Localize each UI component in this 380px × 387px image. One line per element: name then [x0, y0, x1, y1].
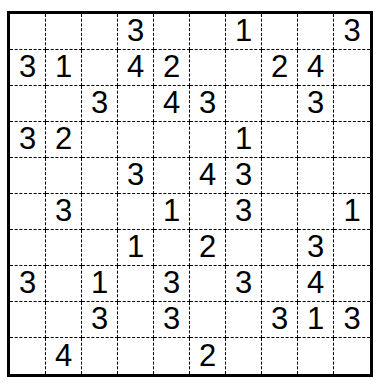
cell-r5c1[interactable] [10, 158, 46, 194]
cell-r1c3[interactable] [82, 14, 118, 50]
cell-r3c3[interactable]: 3 [82, 86, 118, 122]
cell-r4c9[interactable] [298, 122, 334, 158]
cell-r10c3[interactable] [82, 338, 118, 374]
cell-r8c8[interactable] [262, 266, 298, 302]
cell-r1c8[interactable] [262, 14, 298, 50]
clue-number: 3 [343, 303, 360, 334]
cell-r6c4[interactable] [118, 194, 154, 230]
cell-r8c7[interactable]: 3 [226, 266, 262, 302]
cell-r5c4[interactable]: 3 [118, 158, 154, 194]
clue-number: 3 [235, 159, 252, 190]
cell-r8c10[interactable] [334, 266, 370, 302]
cell-r10c1[interactable] [10, 338, 46, 374]
cell-r1c9[interactable] [298, 14, 334, 50]
cell-r9c2[interactable] [46, 302, 82, 338]
cell-r7c1[interactable] [10, 230, 46, 266]
clue-number: 2 [199, 231, 216, 262]
cell-r1c7[interactable]: 1 [226, 14, 262, 50]
cell-r4c2[interactable]: 2 [46, 122, 82, 158]
clue-number: 1 [235, 123, 252, 154]
page: 31331422434333213433131123313343331342 [0, 0, 380, 387]
cell-r1c10[interactable]: 3 [334, 14, 370, 50]
cell-r1c6[interactable] [190, 14, 226, 50]
cell-r3c5[interactable]: 4 [154, 86, 190, 122]
clue-number: 3 [55, 195, 72, 226]
cell-r10c9[interactable] [298, 338, 334, 374]
cell-r8c9[interactable]: 4 [298, 266, 334, 302]
clue-number: 1 [127, 231, 144, 262]
cell-r5c6[interactable]: 4 [190, 158, 226, 194]
cell-r2c10[interactable] [334, 50, 370, 86]
cell-r4c4[interactable] [118, 122, 154, 158]
cell-r6c7[interactable]: 3 [226, 194, 262, 230]
cell-r2c4[interactable]: 4 [118, 50, 154, 86]
cell-r9c8[interactable]: 3 [262, 302, 298, 338]
clue-number: 2 [271, 51, 288, 82]
cell-r5c5[interactable] [154, 158, 190, 194]
cell-r9c9[interactable]: 1 [298, 302, 334, 338]
clue-number: 2 [163, 51, 180, 82]
cell-r8c2[interactable] [46, 266, 82, 302]
cell-r6c5[interactable]: 1 [154, 194, 190, 230]
clue-number: 3 [163, 303, 180, 334]
cell-r10c2[interactable]: 4 [46, 338, 82, 374]
cell-r5c10[interactable] [334, 158, 370, 194]
clue-number: 4 [199, 159, 216, 190]
cell-r5c2[interactable] [46, 158, 82, 194]
cell-r5c9[interactable] [298, 158, 334, 194]
cell-r8c4[interactable] [118, 266, 154, 302]
clue-number: 1 [307, 303, 324, 334]
cell-r4c7[interactable]: 1 [226, 122, 262, 158]
clue-number: 3 [235, 195, 252, 226]
clue-number: 3 [307, 87, 324, 118]
clue-number: 3 [127, 159, 144, 190]
cell-r1c5[interactable] [154, 14, 190, 50]
cell-r3c8[interactable] [262, 86, 298, 122]
clue-number: 3 [199, 87, 216, 118]
cell-r9c3[interactable]: 3 [82, 302, 118, 338]
cell-r3c4[interactable] [118, 86, 154, 122]
cell-r6c8[interactable] [262, 194, 298, 230]
cell-r8c5[interactable]: 3 [154, 266, 190, 302]
cell-r4c8[interactable] [262, 122, 298, 158]
clue-number: 3 [271, 303, 288, 334]
cell-r6c10[interactable]: 1 [334, 194, 370, 230]
cell-r4c6[interactable] [190, 122, 226, 158]
cell-r6c1[interactable] [10, 194, 46, 230]
cell-r6c9[interactable] [298, 194, 334, 230]
cell-r4c3[interactable] [82, 122, 118, 158]
clue-number: 1 [163, 195, 180, 226]
cell-r1c1[interactable] [10, 14, 46, 50]
clue-number: 3 [91, 303, 108, 334]
cell-r9c10[interactable]: 3 [334, 302, 370, 338]
clue-number: 1 [235, 15, 252, 46]
cell-r3c7[interactable] [226, 86, 262, 122]
clue-number: 3 [163, 267, 180, 298]
cell-r4c5[interactable] [154, 122, 190, 158]
cell-r5c7[interactable]: 3 [226, 158, 262, 194]
cell-r5c8[interactable] [262, 158, 298, 194]
clue-number: 3 [91, 87, 108, 118]
cell-r9c1[interactable] [10, 302, 46, 338]
cell-r7c3[interactable] [82, 230, 118, 266]
cell-r7c5[interactable] [154, 230, 190, 266]
cell-r7c7[interactable] [226, 230, 262, 266]
cell-r10c8[interactable] [262, 338, 298, 374]
cell-r7c4[interactable]: 1 [118, 230, 154, 266]
cell-r7c10[interactable] [334, 230, 370, 266]
cell-r5c3[interactable] [82, 158, 118, 194]
clue-number: 1 [55, 51, 72, 82]
cell-r2c2[interactable]: 1 [46, 50, 82, 86]
cell-r3c1[interactable] [10, 86, 46, 122]
cell-r2c8[interactable]: 2 [262, 50, 298, 86]
cell-r10c7[interactable] [226, 338, 262, 374]
cell-r3c10[interactable] [334, 86, 370, 122]
cell-r4c10[interactable] [334, 122, 370, 158]
cell-r7c6[interactable]: 2 [190, 230, 226, 266]
clue-number: 4 [307, 267, 324, 298]
clue-number: 3 [307, 231, 324, 262]
cell-r2c6[interactable] [190, 50, 226, 86]
clue-number: 1 [91, 267, 108, 298]
clue-number: 3 [127, 15, 144, 46]
cell-r3c6[interactable]: 3 [190, 86, 226, 122]
clue-number: 4 [127, 51, 144, 82]
clue-number: 4 [55, 340, 72, 371]
cell-r3c2[interactable] [46, 86, 82, 122]
cell-r7c8[interactable] [262, 230, 298, 266]
cell-r8c1[interactable]: 3 [10, 266, 46, 302]
cell-r6c6[interactable] [190, 194, 226, 230]
cell-r7c9[interactable]: 3 [298, 230, 334, 266]
cell-r8c6[interactable] [190, 266, 226, 302]
clue-number: 4 [163, 87, 180, 118]
cell-r2c1[interactable]: 3 [10, 50, 46, 86]
cell-r1c2[interactable] [46, 14, 82, 50]
cell-r9c7[interactable] [226, 302, 262, 338]
clue-number: 4 [307, 51, 324, 82]
cell-r6c2[interactable]: 3 [46, 194, 82, 230]
fillomino-board: 31331422434333213433131123313343331342 [7, 11, 373, 377]
cell-r10c4[interactable] [118, 338, 154, 374]
cell-r2c9[interactable]: 4 [298, 50, 334, 86]
cell-r10c6[interactable]: 2 [190, 338, 226, 374]
cell-r3c9[interactable]: 3 [298, 86, 334, 122]
clue-number: 1 [343, 195, 360, 226]
cell-r10c10[interactable] [334, 338, 370, 374]
cell-r9c4[interactable] [118, 302, 154, 338]
clue-number: 2 [199, 340, 216, 371]
cell-r7c2[interactable] [46, 230, 82, 266]
clue-number: 3 [343, 15, 360, 46]
clue-number: 3 [19, 51, 36, 82]
cell-r2c7[interactable] [226, 50, 262, 86]
cell-r2c5[interactable]: 2 [154, 50, 190, 86]
cell-r4c1[interactable]: 3 [10, 122, 46, 158]
clue-number: 3 [235, 267, 252, 298]
cell-r6c3[interactable] [82, 194, 118, 230]
clue-number: 2 [55, 123, 72, 154]
cell-r8c3[interactable]: 1 [82, 266, 118, 302]
cell-r10c5[interactable] [154, 338, 190, 374]
clue-number: 3 [19, 267, 36, 298]
clue-number: 3 [19, 123, 36, 154]
cell-r1c4[interactable]: 3 [118, 14, 154, 50]
cell-r9c5[interactable]: 3 [154, 302, 190, 338]
cell-r9c6[interactable] [190, 302, 226, 338]
cell-r2c3[interactable] [82, 50, 118, 86]
